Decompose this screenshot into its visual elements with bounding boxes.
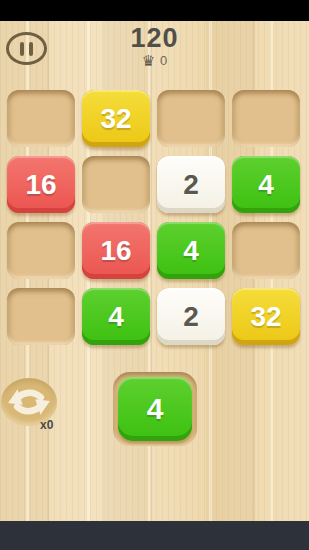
score-value: 120 <box>0 24 309 52</box>
game-screen: 120 ♛ 0 3216241644232 4 x0 <box>0 0 309 550</box>
board-cell <box>7 288 75 345</box>
board[interactable]: 3216241644232 <box>7 90 300 345</box>
board-cell <box>82 156 150 213</box>
board-cell: 16 <box>82 222 150 279</box>
board-cell <box>7 90 75 147</box>
board-cell: 2 <box>157 156 225 213</box>
tile-16[interactable]: 16 <box>7 156 75 213</box>
board-cell <box>232 90 300 147</box>
shuffle-count-label: x0 <box>40 418 53 432</box>
board-cell: 16 <box>7 156 75 213</box>
board-cell: 4 <box>157 222 225 279</box>
crown-score-row: ♛ 0 <box>0 52 309 68</box>
tile-4[interactable]: 4 <box>82 288 150 345</box>
board-cell: 2 <box>157 288 225 345</box>
bottom-nav-bar <box>0 521 309 550</box>
tile-2[interactable]: 2 <box>157 288 225 345</box>
tile-4[interactable]: 4 <box>157 222 225 279</box>
board-cell: 4 <box>82 288 150 345</box>
status-bar <box>0 0 309 21</box>
crown-count: 0 <box>160 53 167 68</box>
board-cell <box>157 90 225 147</box>
tile-2[interactable]: 2 <box>157 156 225 213</box>
tile-32[interactable]: 32 <box>82 90 150 147</box>
board-cell: 32 <box>232 288 300 345</box>
crown-icon: ♛ <box>142 53 155 68</box>
tile-4[interactable]: 4 <box>232 156 300 213</box>
board-cell: 32 <box>82 90 150 147</box>
tile-16[interactable]: 16 <box>82 222 150 279</box>
board-cell: 4 <box>232 156 300 213</box>
board-cell <box>232 222 300 279</box>
tile-32[interactable]: 32 <box>232 288 300 345</box>
board-cell <box>7 222 75 279</box>
next-tile: 4 <box>118 377 192 441</box>
